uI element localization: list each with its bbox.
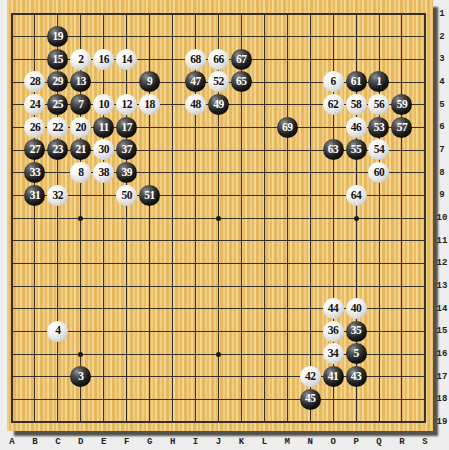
stone-black: 17 bbox=[116, 117, 137, 138]
move-number: 64 bbox=[351, 190, 362, 202]
stone-black: 7 bbox=[70, 94, 91, 115]
move-number: 36 bbox=[328, 325, 339, 337]
move-number: 67 bbox=[236, 54, 247, 66]
stone-black: 69 bbox=[277, 117, 298, 138]
column-label: B bbox=[32, 437, 37, 447]
move-number: 61 bbox=[351, 76, 362, 88]
move-number: 26 bbox=[30, 122, 41, 134]
column-label: P bbox=[353, 437, 358, 447]
move-number: 45 bbox=[305, 393, 316, 405]
column-label: Q bbox=[376, 437, 381, 447]
move-number: 14 bbox=[121, 54, 132, 66]
move-number: 40 bbox=[351, 303, 362, 315]
move-number: 9 bbox=[147, 76, 152, 88]
move-number: 46 bbox=[351, 122, 362, 134]
column-label: A bbox=[9, 437, 14, 447]
stone-white: 28 bbox=[24, 71, 45, 92]
row-label: 15 bbox=[437, 326, 448, 336]
stone-black: 15 bbox=[47, 49, 68, 70]
row-label: 10 bbox=[437, 213, 448, 223]
stone-black: 35 bbox=[346, 321, 367, 342]
column-label: J bbox=[216, 437, 221, 447]
stone-white: 64 bbox=[346, 185, 367, 206]
stone-black: 51 bbox=[139, 185, 160, 206]
move-number: 7 bbox=[78, 99, 83, 111]
row-label: 8 bbox=[439, 168, 444, 178]
move-number: 28 bbox=[30, 76, 41, 88]
move-number: 37 bbox=[121, 144, 132, 156]
move-number: 68 bbox=[190, 54, 201, 66]
stone-black: 55 bbox=[346, 139, 367, 160]
move-number: 19 bbox=[53, 31, 64, 43]
column-label: O bbox=[330, 437, 335, 447]
move-number: 48 bbox=[190, 99, 201, 111]
stone-black: 47 bbox=[185, 71, 206, 92]
move-number: 12 bbox=[121, 99, 132, 111]
stone-black: 33 bbox=[24, 162, 45, 183]
stone-white: 10 bbox=[93, 94, 114, 115]
move-number: 33 bbox=[30, 167, 41, 179]
move-number: 10 bbox=[98, 99, 109, 111]
stone-black: 27 bbox=[24, 139, 45, 160]
row-label: 12 bbox=[437, 258, 448, 268]
row-label: 11 bbox=[437, 236, 448, 246]
stone-white: 6 bbox=[323, 71, 344, 92]
stone-white: 24 bbox=[24, 94, 45, 115]
stone-black: 57 bbox=[391, 117, 412, 138]
stone-black: 59 bbox=[391, 94, 412, 115]
move-number: 20 bbox=[76, 122, 87, 134]
move-number: 55 bbox=[351, 144, 362, 156]
move-number: 42 bbox=[305, 371, 316, 383]
stone-white: 26 bbox=[24, 117, 45, 138]
row-label: 14 bbox=[437, 304, 448, 314]
row-label: 19 bbox=[437, 417, 448, 427]
stone-white: 4 bbox=[47, 321, 68, 342]
go-kifu-diagram: 1234567891011121314151617181920212223242… bbox=[0, 0, 449, 450]
move-number: 54 bbox=[374, 144, 385, 156]
stone-white: 36 bbox=[323, 321, 344, 342]
column-label: S bbox=[422, 437, 427, 447]
move-number: 63 bbox=[328, 144, 339, 156]
stone-white: 60 bbox=[368, 162, 389, 183]
stone-black: 9 bbox=[139, 71, 160, 92]
column-label: L bbox=[262, 437, 267, 447]
stone-black: 63 bbox=[323, 139, 344, 160]
move-number: 49 bbox=[213, 99, 224, 111]
column-label: H bbox=[170, 437, 175, 447]
stone-white: 18 bbox=[139, 94, 160, 115]
stone-white: 16 bbox=[93, 49, 114, 70]
move-number: 38 bbox=[98, 167, 109, 179]
row-label: 16 bbox=[437, 349, 448, 359]
move-number: 21 bbox=[76, 144, 87, 156]
row-label: 5 bbox=[439, 100, 444, 110]
column-label: G bbox=[147, 437, 152, 447]
stone-white: 8 bbox=[70, 162, 91, 183]
stone-white: 44 bbox=[323, 298, 344, 319]
stone-white: 30 bbox=[93, 139, 114, 160]
move-number: 39 bbox=[121, 167, 132, 179]
move-number: 29 bbox=[53, 76, 64, 88]
stone-white: 52 bbox=[208, 71, 229, 92]
column-label: N bbox=[308, 437, 313, 447]
move-number: 15 bbox=[53, 54, 64, 66]
move-number: 51 bbox=[144, 190, 155, 202]
move-number: 34 bbox=[328, 348, 339, 360]
row-label: 4 bbox=[439, 77, 444, 87]
move-number: 57 bbox=[397, 122, 408, 134]
move-number: 2 bbox=[78, 54, 83, 66]
stone-black: 1 bbox=[368, 71, 389, 92]
stone-black: 23 bbox=[47, 139, 68, 160]
move-number: 6 bbox=[330, 76, 335, 88]
stone-black: 67 bbox=[231, 49, 252, 70]
move-number: 16 bbox=[98, 54, 109, 66]
move-number: 32 bbox=[53, 190, 64, 202]
column-label: K bbox=[239, 437, 244, 447]
stone-black: 3 bbox=[70, 366, 91, 387]
row-label: 13 bbox=[437, 281, 448, 291]
stone-white: 12 bbox=[116, 94, 137, 115]
row-label: 7 bbox=[439, 145, 444, 155]
stone-black: 45 bbox=[300, 389, 321, 410]
move-number: 41 bbox=[328, 371, 339, 383]
move-number: 3 bbox=[78, 371, 83, 383]
stone-white: 46 bbox=[346, 117, 367, 138]
row-label: 17 bbox=[437, 372, 448, 382]
row-label: 3 bbox=[439, 54, 444, 64]
move-number: 23 bbox=[53, 144, 64, 156]
stone-black: 31 bbox=[24, 185, 45, 206]
move-number: 1 bbox=[376, 76, 381, 88]
stone-black: 37 bbox=[116, 139, 137, 160]
row-label: 1 bbox=[439, 9, 444, 19]
stone-white: 56 bbox=[368, 94, 389, 115]
move-number: 43 bbox=[351, 371, 362, 383]
move-number: 31 bbox=[30, 190, 41, 202]
move-number: 50 bbox=[121, 190, 132, 202]
move-number: 65 bbox=[236, 76, 247, 88]
move-number: 25 bbox=[53, 99, 64, 111]
move-number: 11 bbox=[99, 122, 109, 134]
stone-white: 50 bbox=[116, 185, 137, 206]
move-number: 59 bbox=[397, 99, 408, 111]
column-label: D bbox=[78, 437, 83, 447]
move-number: 52 bbox=[213, 76, 224, 88]
stone-white: 40 bbox=[346, 298, 367, 319]
move-number: 62 bbox=[328, 99, 339, 111]
move-number: 27 bbox=[30, 144, 41, 156]
stone-white: 34 bbox=[323, 343, 344, 364]
stone-white: 48 bbox=[185, 94, 206, 115]
go-board: 1234567891011121314151617181920212223242… bbox=[7, 0, 433, 431]
row-label: 6 bbox=[439, 122, 444, 132]
stone-black: 25 bbox=[47, 94, 68, 115]
stone-black: 61 bbox=[346, 71, 367, 92]
stone-black: 49 bbox=[208, 94, 229, 115]
move-number: 22 bbox=[53, 122, 64, 134]
move-number: 17 bbox=[121, 122, 132, 134]
stone-black: 13 bbox=[70, 71, 91, 92]
move-number: 8 bbox=[78, 167, 83, 179]
move-number: 35 bbox=[351, 325, 362, 337]
stone-black: 29 bbox=[47, 71, 68, 92]
stone-black: 21 bbox=[70, 139, 91, 160]
stone-white: 22 bbox=[47, 117, 68, 138]
stone-white: 58 bbox=[346, 94, 367, 115]
stone-white: 14 bbox=[116, 49, 137, 70]
stone-white: 42 bbox=[300, 366, 321, 387]
column-label: F bbox=[124, 437, 129, 447]
stone-black: 39 bbox=[116, 162, 137, 183]
move-number: 18 bbox=[144, 99, 155, 111]
move-number: 47 bbox=[190, 76, 201, 88]
stone-white: 68 bbox=[185, 49, 206, 70]
stone-black: 11 bbox=[93, 117, 114, 138]
stone-black: 53 bbox=[368, 117, 389, 138]
move-number: 44 bbox=[328, 303, 339, 315]
stone-white: 54 bbox=[368, 139, 389, 160]
stone-black: 5 bbox=[346, 343, 367, 364]
column-label: E bbox=[101, 437, 106, 447]
stone-black: 43 bbox=[346, 366, 367, 387]
stone-white: 38 bbox=[93, 162, 114, 183]
stone-white: 20 bbox=[70, 117, 91, 138]
stone-white: 32 bbox=[47, 185, 68, 206]
stone-white: 2 bbox=[70, 49, 91, 70]
stone-black: 41 bbox=[323, 366, 344, 387]
move-number: 4 bbox=[55, 325, 60, 337]
move-number: 5 bbox=[353, 348, 358, 360]
stone-white: 62 bbox=[323, 94, 344, 115]
stone-white: 66 bbox=[208, 49, 229, 70]
move-number: 69 bbox=[282, 122, 293, 134]
stones-layer: 1234567891011121314151617181920212223242… bbox=[1, 3, 437, 433]
move-number: 30 bbox=[98, 144, 109, 156]
move-number: 66 bbox=[213, 54, 224, 66]
move-number: 58 bbox=[351, 99, 362, 111]
column-label: I bbox=[193, 437, 198, 447]
move-number: 24 bbox=[30, 99, 41, 111]
move-number: 56 bbox=[374, 99, 385, 111]
column-label: R bbox=[399, 437, 404, 447]
move-number: 60 bbox=[374, 167, 385, 179]
stone-black: 65 bbox=[231, 71, 252, 92]
column-label: M bbox=[285, 437, 290, 447]
stone-black: 19 bbox=[47, 26, 68, 47]
row-label: 9 bbox=[439, 190, 444, 200]
column-label: C bbox=[55, 437, 60, 447]
row-label: 18 bbox=[437, 394, 448, 404]
move-number: 53 bbox=[374, 122, 385, 134]
row-label: 2 bbox=[439, 32, 444, 42]
move-number: 13 bbox=[76, 76, 87, 88]
